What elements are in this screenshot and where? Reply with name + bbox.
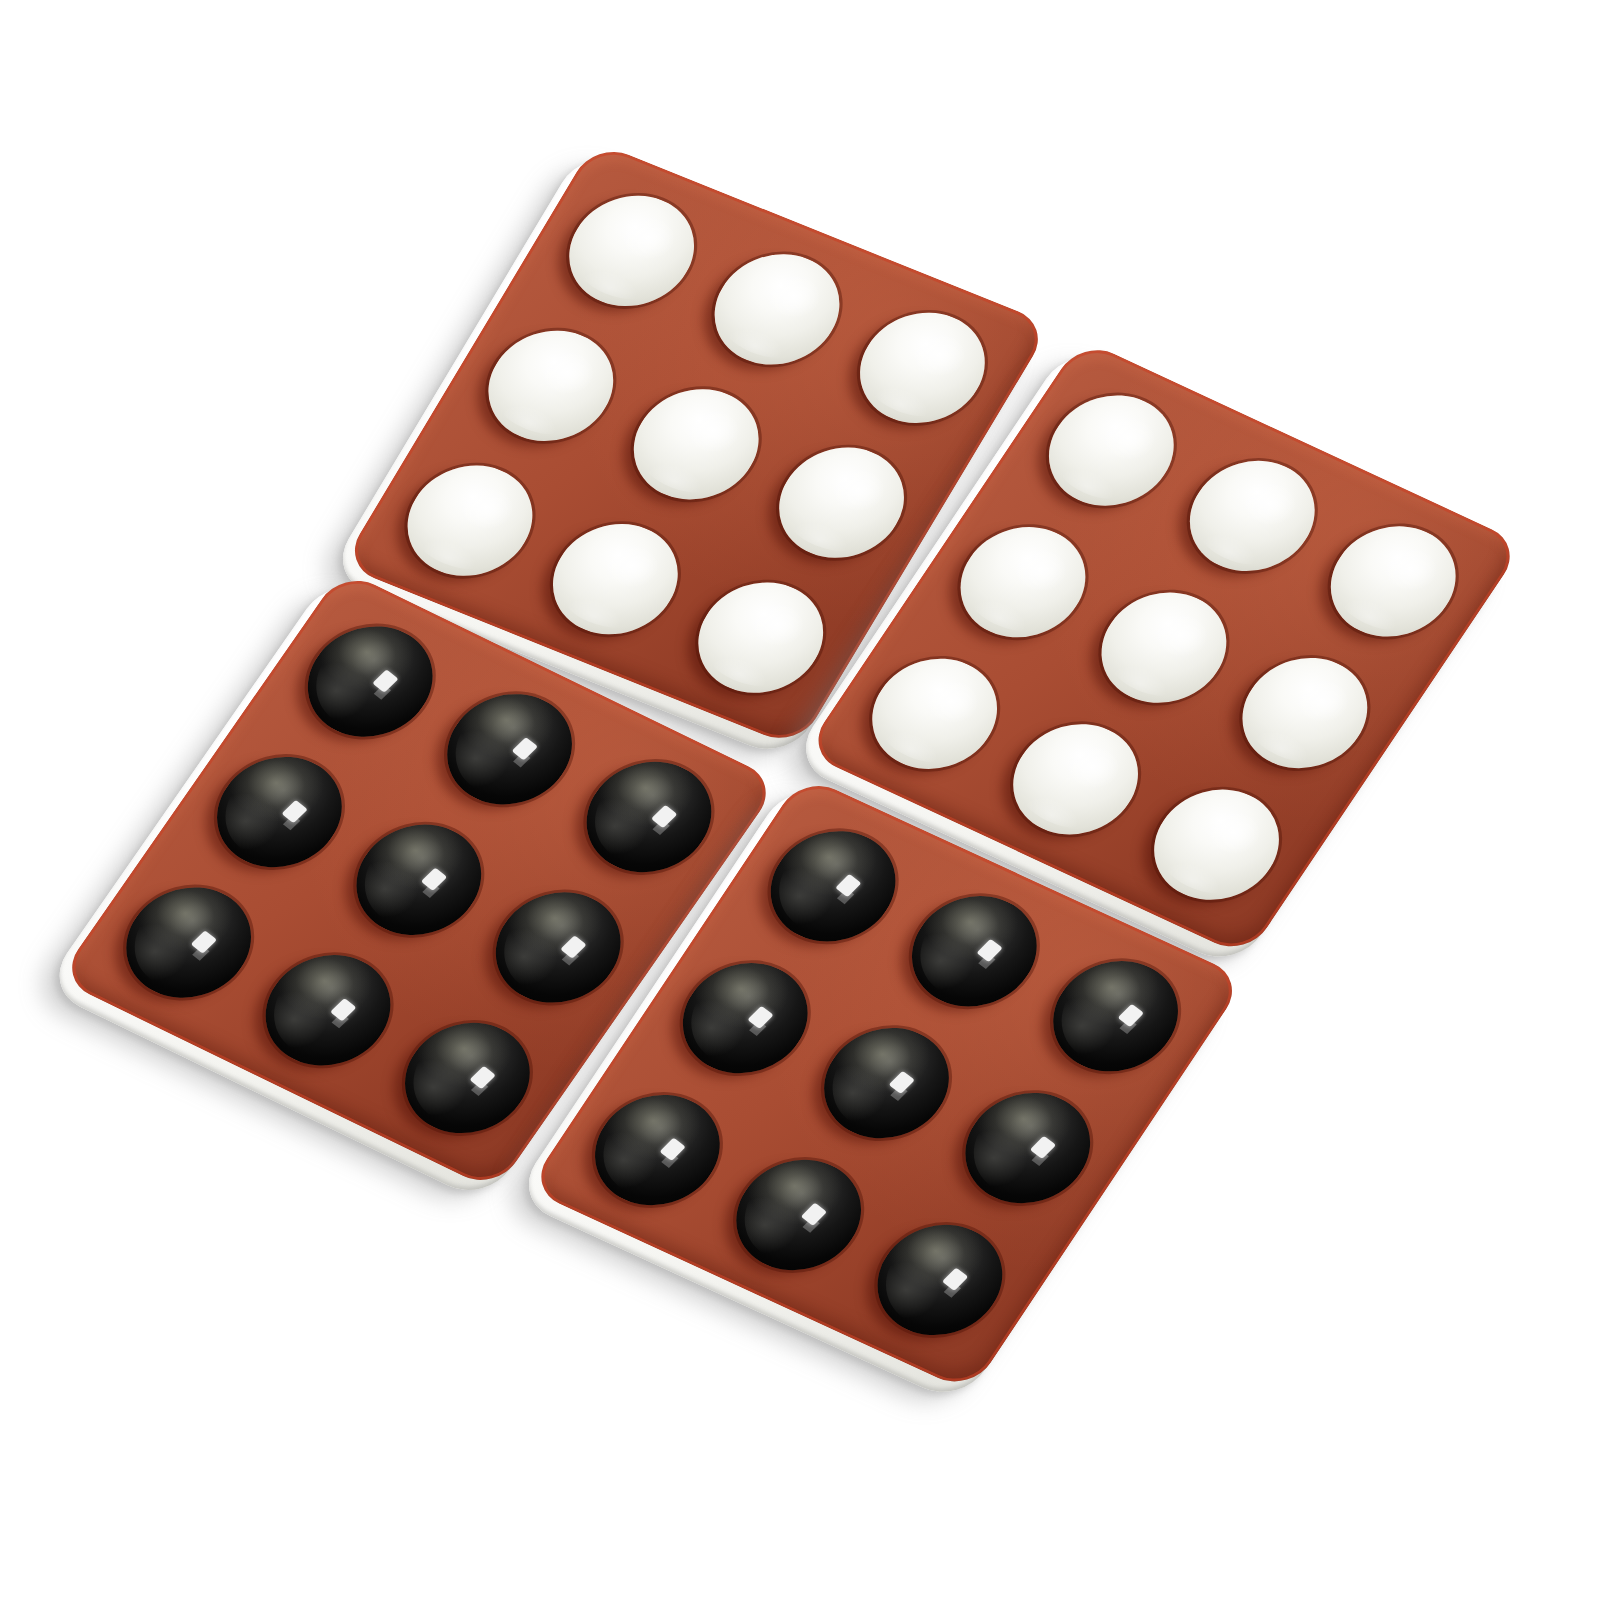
black-marble[interactable] bbox=[747, 812, 919, 960]
black-marble[interactable] bbox=[1030, 942, 1202, 1090]
black-marble[interactable] bbox=[102, 868, 275, 1017]
white-marble[interactable] bbox=[937, 508, 1109, 656]
white-marble[interactable] bbox=[849, 640, 1021, 788]
black-marble[interactable] bbox=[713, 1141, 885, 1289]
black-marble[interactable] bbox=[571, 1076, 743, 1224]
white-marble[interactable] bbox=[466, 313, 636, 458]
white-marble[interactable] bbox=[1166, 442, 1338, 590]
white-marble[interactable] bbox=[1219, 639, 1391, 787]
black-marble[interactable] bbox=[242, 936, 415, 1085]
product-photo-scene bbox=[0, 0, 1600, 1600]
board-assembly bbox=[61, 138, 1522, 1391]
white-marble[interactable] bbox=[676, 565, 846, 710]
black-marble[interactable] bbox=[284, 607, 457, 756]
white-marble[interactable] bbox=[1131, 771, 1303, 919]
white-marble[interactable] bbox=[838, 295, 1008, 440]
white-marble[interactable] bbox=[385, 448, 555, 593]
black-marble[interactable] bbox=[801, 1009, 973, 1157]
black-marble[interactable] bbox=[563, 743, 736, 892]
black-marble[interactable] bbox=[942, 1074, 1114, 1222]
white-marble[interactable] bbox=[1078, 574, 1250, 722]
white-marble[interactable] bbox=[1025, 377, 1197, 525]
white-marble[interactable] bbox=[531, 507, 701, 652]
black-marble[interactable] bbox=[423, 675, 596, 824]
white-marble[interactable] bbox=[990, 705, 1162, 853]
black-marble[interactable] bbox=[854, 1206, 1026, 1354]
white-marble[interactable] bbox=[547, 178, 717, 323]
black-marble[interactable] bbox=[472, 873, 645, 1022]
white-marble[interactable] bbox=[611, 372, 781, 517]
black-marble[interactable] bbox=[659, 944, 831, 1092]
black-marble[interactable] bbox=[888, 877, 1060, 1025]
black-marble[interactable] bbox=[332, 805, 505, 954]
black-marble[interactable] bbox=[381, 1004, 554, 1153]
white-marble[interactable] bbox=[1307, 508, 1479, 656]
white-marble[interactable] bbox=[757, 430, 927, 575]
black-marble[interactable] bbox=[193, 738, 366, 887]
white-marble[interactable] bbox=[692, 237, 862, 382]
